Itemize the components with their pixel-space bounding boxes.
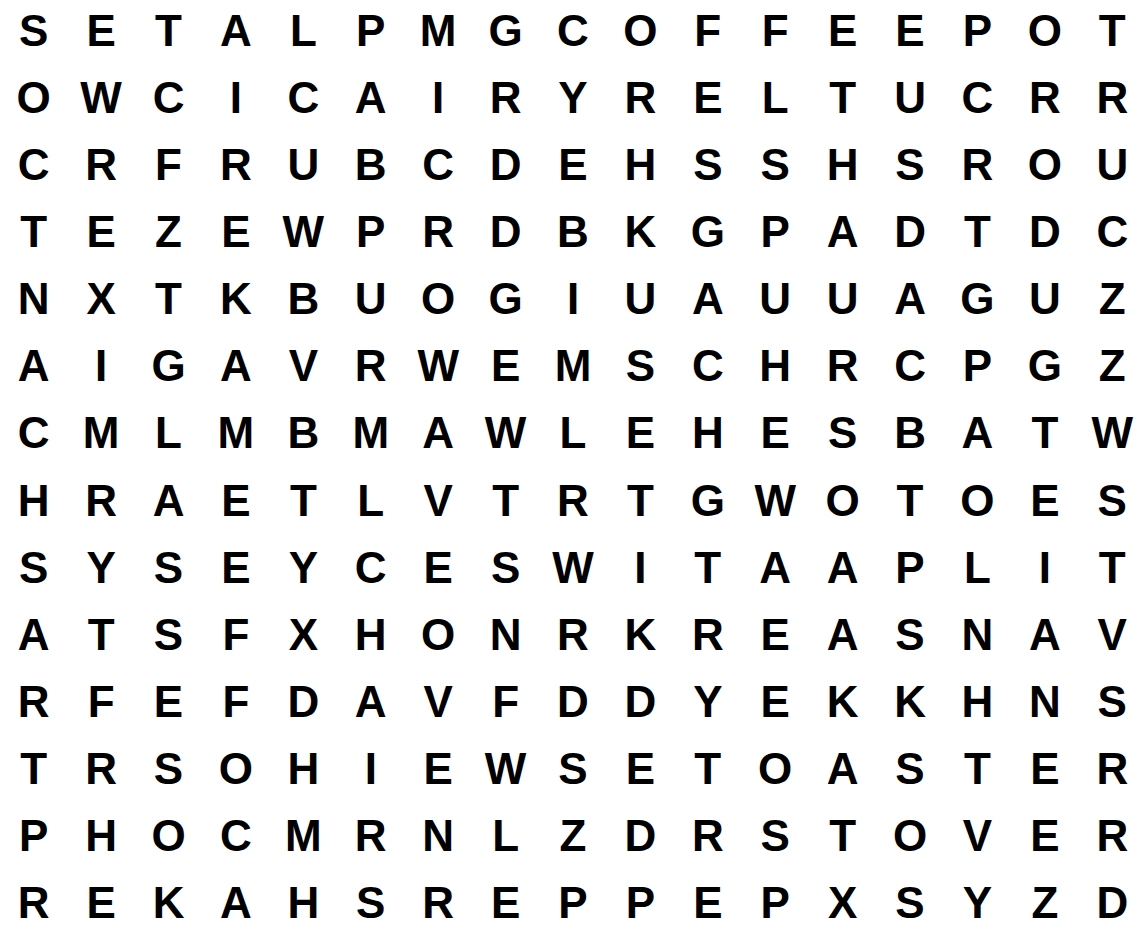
grid-cell-r10-c10[interactable]: K bbox=[607, 604, 674, 671]
grid-cell-r5-c5[interactable]: B bbox=[270, 269, 337, 336]
grid-cell-r11-c1[interactable]: R bbox=[0, 671, 67, 738]
grid-cell-r5-c7[interactable]: O bbox=[404, 269, 471, 336]
grid-cell-r14-c4[interactable]: A bbox=[202, 873, 269, 940]
grid-cell-r4-c7[interactable]: R bbox=[404, 201, 471, 268]
grid-cell-r4-c3[interactable]: Z bbox=[135, 201, 202, 268]
grid-cell-r12-c3[interactable]: S bbox=[135, 739, 202, 806]
grid-cell-r7-c6[interactable]: M bbox=[337, 403, 404, 470]
grid-cell-r6-c1[interactable]: A bbox=[0, 336, 67, 403]
grid-cell-r13-c12[interactable]: S bbox=[742, 806, 809, 873]
grid-cell-r12-c12[interactable]: O bbox=[742, 739, 809, 806]
grid-cell-r6-c16[interactable]: G bbox=[1011, 336, 1078, 403]
grid-cell-r5-c14[interactable]: A bbox=[876, 269, 943, 336]
grid-cell-r13-c9[interactable]: Z bbox=[539, 806, 606, 873]
grid-cell-r6-c14[interactable]: C bbox=[876, 336, 943, 403]
grid-cell-r10-c4[interactable]: F bbox=[202, 604, 269, 671]
grid-cell-r11-c14[interactable]: K bbox=[876, 671, 943, 738]
grid-cell-r12-c6[interactable]: I bbox=[337, 739, 404, 806]
grid-cell-r12-c2[interactable]: R bbox=[67, 739, 134, 806]
grid-cell-r14-c15[interactable]: Y bbox=[944, 873, 1011, 940]
grid-cell-r11-c10[interactable]: D bbox=[607, 671, 674, 738]
grid-cell-r10-c17[interactable]: V bbox=[1079, 604, 1146, 671]
grid-cell-r3-c11[interactable]: S bbox=[674, 134, 741, 201]
grid-cell-r2-c5[interactable]: C bbox=[270, 67, 337, 134]
grid-cell-r13-c2[interactable]: H bbox=[67, 806, 134, 873]
grid-cell-r3-c3[interactable]: F bbox=[135, 134, 202, 201]
grid-cell-r9-c7[interactable]: E bbox=[404, 537, 471, 604]
grid-cell-r12-c4[interactable]: O bbox=[202, 739, 269, 806]
grid-cell-r1-c3[interactable]: T bbox=[135, 0, 202, 67]
grid-cell-r13-c7[interactable]: N bbox=[404, 806, 471, 873]
grid-cell-r1-c1[interactable]: S bbox=[0, 0, 67, 67]
grid-cell-r12-c15[interactable]: T bbox=[944, 739, 1011, 806]
grid-cell-r4-c1[interactable]: T bbox=[0, 201, 67, 268]
grid-cell-r1-c12[interactable]: F bbox=[742, 0, 809, 67]
grid-cell-r14-c17[interactable]: D bbox=[1079, 873, 1146, 940]
grid-cell-r10-c9[interactable]: R bbox=[539, 604, 606, 671]
grid-cell-r5-c3[interactable]: T bbox=[135, 269, 202, 336]
grid-cell-r11-c15[interactable]: H bbox=[944, 671, 1011, 738]
grid-cell-r5-c12[interactable]: U bbox=[742, 269, 809, 336]
grid-cell-r7-c16[interactable]: T bbox=[1011, 403, 1078, 470]
grid-cell-r9-c6[interactable]: C bbox=[337, 537, 404, 604]
grid-cell-r2-c1[interactable]: O bbox=[0, 67, 67, 134]
grid-cell-r3-c13[interactable]: H bbox=[809, 134, 876, 201]
grid-cell-r1-c11[interactable]: F bbox=[674, 0, 741, 67]
grid-cell-r3-c5[interactable]: U bbox=[270, 134, 337, 201]
grid-cell-r8-c7[interactable]: V bbox=[404, 470, 471, 537]
grid-cell-r9-c4[interactable]: E bbox=[202, 537, 269, 604]
grid-cell-r7-c9[interactable]: L bbox=[539, 403, 606, 470]
grid-cell-r10-c16[interactable]: A bbox=[1011, 604, 1078, 671]
grid-cell-r2-c10[interactable]: R bbox=[607, 67, 674, 134]
grid-cell-r8-c4[interactable]: E bbox=[202, 470, 269, 537]
grid-cell-r14-c13[interactable]: X bbox=[809, 873, 876, 940]
grid-cell-r1-c5[interactable]: L bbox=[270, 0, 337, 67]
grid-cell-r5-c16[interactable]: U bbox=[1011, 269, 1078, 336]
grid-cell-r8-c15[interactable]: O bbox=[944, 470, 1011, 537]
grid-cell-r6-c13[interactable]: R bbox=[809, 336, 876, 403]
grid-cell-r14-c16[interactable]: Z bbox=[1011, 873, 1078, 940]
grid-cell-r5-c17[interactable]: Z bbox=[1079, 269, 1146, 336]
grid-cell-r4-c5[interactable]: W bbox=[270, 201, 337, 268]
grid-cell-r2-c9[interactable]: Y bbox=[539, 67, 606, 134]
grid-cell-r6-c8[interactable]: E bbox=[472, 336, 539, 403]
grid-cell-r13-c11[interactable]: R bbox=[674, 806, 741, 873]
grid-cell-r14-c11[interactable]: E bbox=[674, 873, 741, 940]
grid-cell-r10-c12[interactable]: E bbox=[742, 604, 809, 671]
grid-cell-r6-c9[interactable]: M bbox=[539, 336, 606, 403]
grid-cell-r9-c5[interactable]: Y bbox=[270, 537, 337, 604]
grid-cell-r14-c12[interactable]: P bbox=[742, 873, 809, 940]
grid-cell-r8-c8[interactable]: T bbox=[472, 470, 539, 537]
grid-cell-r4-c14[interactable]: D bbox=[876, 201, 943, 268]
grid-cell-r9-c14[interactable]: P bbox=[876, 537, 943, 604]
grid-cell-r9-c3[interactable]: S bbox=[135, 537, 202, 604]
grid-cell-r13-c13[interactable]: T bbox=[809, 806, 876, 873]
grid-cell-r7-c2[interactable]: M bbox=[67, 403, 134, 470]
grid-cell-r7-c10[interactable]: E bbox=[607, 403, 674, 470]
grid-cell-r2-c13[interactable]: T bbox=[809, 67, 876, 134]
grid-cell-r5-c13[interactable]: U bbox=[809, 269, 876, 336]
grid-cell-r6-c6[interactable]: R bbox=[337, 336, 404, 403]
grid-cell-r14-c3[interactable]: K bbox=[135, 873, 202, 940]
grid-cell-r12-c7[interactable]: E bbox=[404, 739, 471, 806]
grid-cell-r13-c4[interactable]: C bbox=[202, 806, 269, 873]
grid-cell-r8-c11[interactable]: G bbox=[674, 470, 741, 537]
grid-cell-r13-c15[interactable]: V bbox=[944, 806, 1011, 873]
grid-cell-r7-c4[interactable]: M bbox=[202, 403, 269, 470]
grid-cell-r6-c4[interactable]: A bbox=[202, 336, 269, 403]
grid-cell-r6-c2[interactable]: I bbox=[67, 336, 134, 403]
grid-cell-r9-c2[interactable]: Y bbox=[67, 537, 134, 604]
grid-cell-r3-c10[interactable]: H bbox=[607, 134, 674, 201]
grid-cell-r6-c17[interactable]: Z bbox=[1079, 336, 1146, 403]
grid-cell-r10-c15[interactable]: N bbox=[944, 604, 1011, 671]
grid-cell-r5-c1[interactable]: N bbox=[0, 269, 67, 336]
grid-cell-r7-c17[interactable]: W bbox=[1079, 403, 1146, 470]
grid-cell-r3-c12[interactable]: S bbox=[742, 134, 809, 201]
grid-cell-r1-c17[interactable]: T bbox=[1079, 0, 1146, 67]
grid-cell-r13-c1[interactable]: P bbox=[0, 806, 67, 873]
grid-cell-r10-c14[interactable]: S bbox=[876, 604, 943, 671]
grid-cell-r2-c7[interactable]: I bbox=[404, 67, 471, 134]
grid-cell-r7-c5[interactable]: B bbox=[270, 403, 337, 470]
grid-cell-r6-c5[interactable]: V bbox=[270, 336, 337, 403]
grid-cell-r10-c13[interactable]: A bbox=[809, 604, 876, 671]
grid-cell-r11-c11[interactable]: Y bbox=[674, 671, 741, 738]
grid-cell-r10-c3[interactable]: S bbox=[135, 604, 202, 671]
grid-cell-r9-c10[interactable]: I bbox=[607, 537, 674, 604]
grid-cell-r5-c9[interactable]: I bbox=[539, 269, 606, 336]
grid-cell-r6-c7[interactable]: W bbox=[404, 336, 471, 403]
grid-cell-r1-c9[interactable]: C bbox=[539, 0, 606, 67]
grid-cell-r13-c3[interactable]: O bbox=[135, 806, 202, 873]
grid-cell-r14-c7[interactable]: R bbox=[404, 873, 471, 940]
grid-cell-r2-c2[interactable]: W bbox=[67, 67, 134, 134]
grid-cell-r13-c10[interactable]: D bbox=[607, 806, 674, 873]
grid-cell-r7-c13[interactable]: S bbox=[809, 403, 876, 470]
grid-cell-r2-c15[interactable]: C bbox=[944, 67, 1011, 134]
grid-cell-r2-c3[interactable]: C bbox=[135, 67, 202, 134]
grid-cell-r13-c16[interactable]: E bbox=[1011, 806, 1078, 873]
grid-cell-r7-c8[interactable]: W bbox=[472, 403, 539, 470]
grid-cell-r4-c12[interactable]: P bbox=[742, 201, 809, 268]
grid-cell-r8-c14[interactable]: T bbox=[876, 470, 943, 537]
grid-cell-r2-c16[interactable]: R bbox=[1011, 67, 1078, 134]
grid-cell-r8-c6[interactable]: L bbox=[337, 470, 404, 537]
grid-cell-r7-c7[interactable]: A bbox=[404, 403, 471, 470]
grid-cell-r1-c7[interactable]: M bbox=[404, 0, 471, 67]
grid-cell-r3-c2[interactable]: R bbox=[67, 134, 134, 201]
grid-cell-r5-c15[interactable]: G bbox=[944, 269, 1011, 336]
grid-cell-r11-c7[interactable]: V bbox=[404, 671, 471, 738]
grid-cell-r9-c1[interactable]: S bbox=[0, 537, 67, 604]
grid-cell-r3-c15[interactable]: R bbox=[944, 134, 1011, 201]
grid-cell-r14-c5[interactable]: H bbox=[270, 873, 337, 940]
grid-cell-r1-c8[interactable]: G bbox=[472, 0, 539, 67]
grid-cell-r8-c13[interactable]: O bbox=[809, 470, 876, 537]
grid-cell-r12-c14[interactable]: S bbox=[876, 739, 943, 806]
grid-cell-r3-c4[interactable]: R bbox=[202, 134, 269, 201]
grid-cell-r14-c14[interactable]: S bbox=[876, 873, 943, 940]
grid-cell-r4-c11[interactable]: G bbox=[674, 201, 741, 268]
grid-cell-r9-c11[interactable]: T bbox=[674, 537, 741, 604]
grid-cell-r4-c2[interactable]: E bbox=[67, 201, 134, 268]
grid-cell-r1-c10[interactable]: O bbox=[607, 0, 674, 67]
grid-cell-r2-c6[interactable]: A bbox=[337, 67, 404, 134]
grid-cell-r14-c8[interactable]: E bbox=[472, 873, 539, 940]
grid-cell-r3-c8[interactable]: D bbox=[472, 134, 539, 201]
grid-cell-r8-c2[interactable]: R bbox=[67, 470, 134, 537]
grid-cell-r9-c8[interactable]: S bbox=[472, 537, 539, 604]
grid-cell-r11-c6[interactable]: A bbox=[337, 671, 404, 738]
grid-cell-r1-c4[interactable]: A bbox=[202, 0, 269, 67]
grid-cell-r8-c16[interactable]: E bbox=[1011, 470, 1078, 537]
grid-cell-r10-c2[interactable]: T bbox=[67, 604, 134, 671]
grid-cell-r12-c13[interactable]: A bbox=[809, 739, 876, 806]
grid-cell-r12-c10[interactable]: E bbox=[607, 739, 674, 806]
grid-cell-r14-c10[interactable]: P bbox=[607, 873, 674, 940]
word-search-board: SETALPMGCOFFEEPOTOWCICAIRYRELTUCRRCRFRUB… bbox=[0, 0, 1146, 940]
grid-cell-r8-c5[interactable]: T bbox=[270, 470, 337, 537]
grid-cell-r11-c5[interactable]: D bbox=[270, 671, 337, 738]
grid-cell-r12-c5[interactable]: H bbox=[270, 739, 337, 806]
grid-cell-r4-c9[interactable]: B bbox=[539, 201, 606, 268]
grid-cell-r6-c15[interactable]: P bbox=[944, 336, 1011, 403]
grid-cell-r14-c6[interactable]: S bbox=[337, 873, 404, 940]
grid-cell-r5-c4[interactable]: K bbox=[202, 269, 269, 336]
grid-cell-r9-c12[interactable]: A bbox=[742, 537, 809, 604]
grid-cell-r9-c13[interactable]: A bbox=[809, 537, 876, 604]
grid-cell-r11-c17[interactable]: S bbox=[1079, 671, 1146, 738]
grid-cell-r8-c17[interactable]: S bbox=[1079, 470, 1146, 537]
grid-cell-r1-c2[interactable]: E bbox=[67, 0, 134, 67]
grid-cell-r8-c9[interactable]: R bbox=[539, 470, 606, 537]
grid-cell-r9-c15[interactable]: L bbox=[944, 537, 1011, 604]
grid-cell-r12-c17[interactable]: R bbox=[1079, 739, 1146, 806]
grid-cell-r13-c8[interactable]: L bbox=[472, 806, 539, 873]
grid-cell-r2-c8[interactable]: R bbox=[472, 67, 539, 134]
grid-cell-r3-c1[interactable]: C bbox=[0, 134, 67, 201]
grid-cell-r10-c5[interactable]: X bbox=[270, 604, 337, 671]
grid-cell-r12-c1[interactable]: T bbox=[0, 739, 67, 806]
grid-cell-r11-c13[interactable]: K bbox=[809, 671, 876, 738]
grid-cell-r2-c11[interactable]: E bbox=[674, 67, 741, 134]
grid-cell-r6-c11[interactable]: C bbox=[674, 336, 741, 403]
grid-cell-r8-c1[interactable]: H bbox=[0, 470, 67, 537]
grid-cell-r10-c8[interactable]: N bbox=[472, 604, 539, 671]
grid-cell-r4-c17[interactable]: C bbox=[1079, 201, 1146, 268]
grid-cell-r2-c17[interactable]: R bbox=[1079, 67, 1146, 134]
grid-cell-r4-c6[interactable]: P bbox=[337, 201, 404, 268]
grid-cell-r8-c3[interactable]: A bbox=[135, 470, 202, 537]
grid-cell-r5-c6[interactable]: U bbox=[337, 269, 404, 336]
grid-cell-r5-c10[interactable]: U bbox=[607, 269, 674, 336]
grid-cell-r11-c16[interactable]: N bbox=[1011, 671, 1078, 738]
grid-cell-r1-c13[interactable]: E bbox=[809, 0, 876, 67]
grid-cell-r6-c12[interactable]: H bbox=[742, 336, 809, 403]
grid-cell-r2-c14[interactable]: U bbox=[876, 67, 943, 134]
grid-cell-r9-c9[interactable]: W bbox=[539, 537, 606, 604]
grid-cell-r1-c6[interactable]: P bbox=[337, 0, 404, 67]
grid-cell-r5-c11[interactable]: A bbox=[674, 269, 741, 336]
grid-cell-r13-c14[interactable]: O bbox=[876, 806, 943, 873]
grid-cell-r11-c3[interactable]: E bbox=[135, 671, 202, 738]
grid-cell-r4-c15[interactable]: T bbox=[944, 201, 1011, 268]
grid-cell-r13-c17[interactable]: R bbox=[1079, 806, 1146, 873]
grid-cell-r3-c6[interactable]: B bbox=[337, 134, 404, 201]
grid-cell-r2-c12[interactable]: L bbox=[742, 67, 809, 134]
grid-cell-r12-c16[interactable]: E bbox=[1011, 739, 1078, 806]
grid-cell-r6-c10[interactable]: S bbox=[607, 336, 674, 403]
grid-cell-r9-c17[interactable]: T bbox=[1079, 537, 1146, 604]
grid-cell-r11-c4[interactable]: F bbox=[202, 671, 269, 738]
grid-cell-r7-c3[interactable]: L bbox=[135, 403, 202, 470]
grid-cell-r11-c9[interactable]: D bbox=[539, 671, 606, 738]
grid-cell-r1-c14[interactable]: E bbox=[876, 0, 943, 67]
grid-cell-r7-c12[interactable]: E bbox=[742, 403, 809, 470]
grid-cell-r3-c17[interactable]: U bbox=[1079, 134, 1146, 201]
grid-cell-r3-c16[interactable]: O bbox=[1011, 134, 1078, 201]
grid-cell-r7-c14[interactable]: B bbox=[876, 403, 943, 470]
grid-cell-r4-c13[interactable]: A bbox=[809, 201, 876, 268]
grid-cell-r3-c7[interactable]: C bbox=[404, 134, 471, 201]
grid-cell-r10-c1[interactable]: A bbox=[0, 604, 67, 671]
grid-cell-r6-c3[interactable]: G bbox=[135, 336, 202, 403]
grid-cell-r1-c15[interactable]: P bbox=[944, 0, 1011, 67]
grid-cell-r8-c10[interactable]: T bbox=[607, 470, 674, 537]
grid-cell-r4-c4[interactable]: E bbox=[202, 201, 269, 268]
grid-cell-r14-c1[interactable]: R bbox=[0, 873, 67, 940]
grid-cell-r14-c9[interactable]: P bbox=[539, 873, 606, 940]
grid-cell-r1-c16[interactable]: O bbox=[1011, 0, 1078, 67]
grid-cell-r10-c6[interactable]: H bbox=[337, 604, 404, 671]
grid-cell-r7-c1[interactable]: C bbox=[0, 403, 67, 470]
grid-cell-r4-c16[interactable]: D bbox=[1011, 201, 1078, 268]
grid-cell-r5-c8[interactable]: G bbox=[472, 269, 539, 336]
grid-cell-r12-c8[interactable]: W bbox=[472, 739, 539, 806]
grid-cell-r3-c9[interactable]: E bbox=[539, 134, 606, 201]
grid-cell-r14-c2[interactable]: E bbox=[67, 873, 134, 940]
grid-cell-r3-c14[interactable]: S bbox=[876, 134, 943, 201]
grid-cell-r10-c11[interactable]: R bbox=[674, 604, 741, 671]
grid-cell-r10-c7[interactable]: O bbox=[404, 604, 471, 671]
grid-cell-r9-c16[interactable]: I bbox=[1011, 537, 1078, 604]
grid-cell-r13-c5[interactable]: M bbox=[270, 806, 337, 873]
grid-cell-r4-c10[interactable]: K bbox=[607, 201, 674, 268]
grid-cell-r7-c11[interactable]: H bbox=[674, 403, 741, 470]
grid-cell-r11-c12[interactable]: E bbox=[742, 671, 809, 738]
grid-cell-r7-c15[interactable]: A bbox=[944, 403, 1011, 470]
grid-cell-r12-c9[interactable]: S bbox=[539, 739, 606, 806]
grid-cell-r12-c11[interactable]: T bbox=[674, 739, 741, 806]
grid-cell-r11-c8[interactable]: F bbox=[472, 671, 539, 738]
grid-cell-r4-c8[interactable]: D bbox=[472, 201, 539, 268]
grid-cell-r2-c4[interactable]: I bbox=[202, 67, 269, 134]
grid-cell-r13-c6[interactable]: R bbox=[337, 806, 404, 873]
grid-cell-r8-c12[interactable]: W bbox=[742, 470, 809, 537]
grid-cell-r11-c2[interactable]: F bbox=[67, 671, 134, 738]
grid-cell-r5-c2[interactable]: X bbox=[67, 269, 134, 336]
